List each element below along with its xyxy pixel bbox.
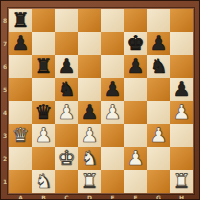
piece-white-pawn[interactable]: ♟ [58,101,76,124]
piece-black-pawn[interactable]: ♟ [58,55,76,78]
piece-white-pawn[interactable]: ♟ [104,101,122,124]
rank-label-4: 4 [1,101,9,124]
piece-black-pawn[interactable]: ♟ [104,78,122,101]
piece-white-queen[interactable]: ♛ [12,124,30,147]
rank-label-8: 8 [1,9,9,32]
square-b2[interactable] [32,147,55,170]
square-g2[interactable] [147,147,170,170]
file-label-c: C [55,193,78,200]
square-f6[interactable]: ♟ [124,55,147,78]
piece-black-rook[interactable]: ♜ [12,9,30,32]
square-c6[interactable]: ♟ [55,55,78,78]
piece-black-pawn[interactable]: ♟ [81,101,99,124]
square-c4[interactable]: ♟ [55,101,78,124]
square-b1[interactable]: ♞ [32,170,55,193]
square-g5[interactable] [147,78,170,101]
square-h5[interactable]: ♟ [170,78,193,101]
square-g8[interactable] [147,9,170,32]
square-c2[interactable]: ♚ [55,147,78,170]
file-label-g: G [147,193,170,200]
square-f2[interactable]: ♟ [124,147,147,170]
rank-label-3: 3 [1,124,9,147]
piece-black-pawn[interactable]: ♟ [12,32,30,55]
square-h1[interactable]: ♜ [170,170,193,193]
square-a5[interactable] [9,78,32,101]
square-c3[interactable] [55,124,78,147]
piece-white-rook[interactable]: ♜ [173,170,191,193]
square-g3[interactable]: ♟ [147,124,170,147]
rank-label-2: 2 [1,147,9,170]
square-b8[interactable] [32,9,55,32]
piece-white-pawn[interactable]: ♟ [81,124,99,147]
square-d8[interactable] [78,9,101,32]
piece-black-knight[interactable]: ♞ [150,55,168,78]
square-a1[interactable] [9,170,32,193]
square-b3[interactable]: ♟ [32,124,55,147]
square-f7[interactable]: ♚ [124,32,147,55]
file-label-a: A [9,193,32,200]
rank-label-6: 6 [1,55,9,78]
square-b7[interactable] [32,32,55,55]
rank-label-5: 5 [1,78,9,101]
square-f5[interactable] [124,78,147,101]
piece-black-king[interactable]: ♚ [127,32,145,55]
square-d3[interactable]: ♟ [78,124,101,147]
piece-white-king[interactable]: ♚ [58,147,76,170]
piece-white-pawn[interactable]: ♟ [127,147,145,170]
file-label-b: B [32,193,55,200]
square-h7[interactable] [170,32,193,55]
square-f3[interactable] [124,124,147,147]
square-h4[interactable]: ♟ [170,101,193,124]
square-a2[interactable] [9,147,32,170]
square-h8[interactable] [170,9,193,32]
rank-label-1: 1 [1,170,9,193]
square-a4[interactable] [9,101,32,124]
rank-label-7: 7 [1,32,9,55]
piece-black-queen[interactable]: ♛ [35,101,53,124]
square-a3[interactable]: ♛ [9,124,32,147]
piece-white-rook[interactable]: ♜ [81,170,99,193]
square-e6[interactable] [101,55,124,78]
square-d6[interactable] [78,55,101,78]
square-e1[interactable] [101,170,124,193]
square-b5[interactable] [32,78,55,101]
square-h2[interactable] [170,147,193,170]
square-c5[interactable]: ♞ [55,78,78,101]
square-e5[interactable]: ♟ [101,78,124,101]
square-e7[interactable] [101,32,124,55]
square-f1[interactable] [124,170,147,193]
square-f4[interactable] [124,101,147,124]
square-a6[interactable] [9,55,32,78]
square-d7[interactable] [78,32,101,55]
file-label-e: E [101,193,124,200]
piece-white-pawn[interactable]: ♟ [150,124,168,147]
file-label-h: H [170,193,193,200]
square-h6[interactable] [170,55,193,78]
square-c7[interactable] [55,32,78,55]
square-h3[interactable] [170,124,193,147]
square-e2[interactable] [101,147,124,170]
piece-black-knight[interactable]: ♞ [58,78,76,101]
file-label-f: F [124,193,147,200]
piece-black-pawn[interactable]: ♟ [127,55,145,78]
square-g4[interactable] [147,101,170,124]
square-e8[interactable] [101,9,124,32]
square-g1[interactable] [147,170,170,193]
square-d4[interactable]: ♟ [78,101,101,124]
board-frame: ♜♟♚♟♜♟♟♞♞♟♟♛♟♟♟♟♛♟♟♟♚♞♟♞♜♜ 87654321 ABCD… [0,0,200,200]
file-label-d: D [78,193,101,200]
square-a8[interactable]: ♜ [9,9,32,32]
square-e4[interactable]: ♟ [101,101,124,124]
piece-black-pawn[interactable]: ♟ [173,78,191,101]
square-f8[interactable] [124,9,147,32]
piece-white-knight[interactable]: ♞ [81,147,99,170]
square-d5[interactable] [78,78,101,101]
chess-board: ♜♟♚♟♜♟♟♞♞♟♟♛♟♟♟♟♛♟♟♟♚♞♟♞♜♜ [9,9,193,193]
piece-white-pawn[interactable]: ♟ [35,124,53,147]
square-a7[interactable]: ♟ [9,32,32,55]
piece-white-pawn[interactable]: ♟ [173,101,191,124]
square-e3[interactable] [101,124,124,147]
square-d1[interactable]: ♜ [78,170,101,193]
square-g6[interactable]: ♞ [147,55,170,78]
piece-black-rook[interactable]: ♜ [35,55,53,78]
square-b6[interactable]: ♜ [32,55,55,78]
square-c8[interactable] [55,9,78,32]
piece-black-pawn[interactable]: ♟ [150,32,168,55]
square-d2[interactable]: ♞ [78,147,101,170]
square-g7[interactable]: ♟ [147,32,170,55]
piece-white-knight[interactable]: ♞ [35,170,53,193]
square-b4[interactable]: ♛ [32,101,55,124]
square-c1[interactable] [55,170,78,193]
